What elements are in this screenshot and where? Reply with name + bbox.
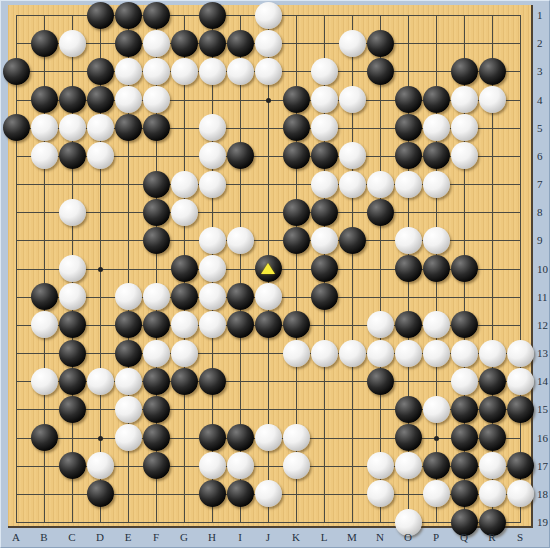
black-stone-C15 xyxy=(59,396,86,423)
black-stone-B11 xyxy=(31,283,58,310)
black-stone-F7 xyxy=(143,171,170,198)
white-stone-S18 xyxy=(507,480,534,507)
black-stone-C13 xyxy=(59,340,86,367)
black-stone-G11 xyxy=(171,283,198,310)
column-label-L: L xyxy=(321,531,328,543)
black-stone-Q10 xyxy=(451,255,478,282)
white-stone-D14 xyxy=(87,368,114,395)
white-stone-F3 xyxy=(143,58,170,85)
black-stone-I11 xyxy=(227,283,254,310)
black-stone-E13 xyxy=(115,340,142,367)
white-stone-F13 xyxy=(143,340,170,367)
black-stone-C6 xyxy=(59,142,86,169)
black-stone-P6 xyxy=(423,142,450,169)
white-stone-M7 xyxy=(339,171,366,198)
black-stone-E5 xyxy=(115,114,142,141)
white-stone-B14 xyxy=(31,368,58,395)
black-stone-R3 xyxy=(479,58,506,85)
white-stone-L7 xyxy=(311,171,338,198)
black-stone-O6 xyxy=(395,142,422,169)
black-stone-G14 xyxy=(171,368,198,395)
row-label-3: 3 xyxy=(537,65,543,77)
black-stone-J12 xyxy=(255,311,282,338)
white-stone-F2 xyxy=(143,30,170,57)
black-stone-N2 xyxy=(367,30,394,57)
column-label-K: K xyxy=(292,531,300,543)
black-stone-F5 xyxy=(143,114,170,141)
row-label-11: 11 xyxy=(537,291,548,303)
column-label-G: G xyxy=(180,531,188,543)
white-stone-K13 xyxy=(283,340,310,367)
white-stone-O7 xyxy=(395,171,422,198)
black-stone-N8 xyxy=(367,199,394,226)
white-stone-M6 xyxy=(339,142,366,169)
white-stone-B5 xyxy=(31,114,58,141)
black-stone-D4 xyxy=(87,86,114,113)
star-point xyxy=(98,267,103,272)
column-label-D: D xyxy=(96,531,104,543)
black-stone-Q12 xyxy=(451,311,478,338)
column-label-N: N xyxy=(376,531,384,543)
white-stone-H6 xyxy=(199,142,226,169)
black-stone-K8 xyxy=(283,199,310,226)
black-stone-P17 xyxy=(423,452,450,479)
row-label-7: 7 xyxy=(537,178,543,190)
white-stone-G13 xyxy=(171,340,198,367)
white-stone-F11 xyxy=(143,283,170,310)
black-stone-E12 xyxy=(115,311,142,338)
black-stone-N3 xyxy=(367,58,394,85)
white-stone-M4 xyxy=(339,86,366,113)
black-stone-O5 xyxy=(395,114,422,141)
white-stone-S13 xyxy=(507,340,534,367)
white-stone-N7 xyxy=(367,171,394,198)
black-stone-F8 xyxy=(143,199,170,226)
white-stone-M2 xyxy=(339,30,366,57)
black-stone-I18 xyxy=(227,480,254,507)
black-stone-B2 xyxy=(31,30,58,57)
black-stone-C12 xyxy=(59,311,86,338)
white-stone-B12 xyxy=(31,311,58,338)
black-stone-Q17 xyxy=(451,452,478,479)
white-stone-Q14 xyxy=(451,368,478,395)
black-stone-E2 xyxy=(115,30,142,57)
row-label-15: 15 xyxy=(537,403,548,415)
white-stone-R18 xyxy=(479,480,506,507)
row-label-12: 12 xyxy=(537,319,548,331)
column-label-A: A xyxy=(12,531,20,543)
white-stone-J16 xyxy=(255,424,282,451)
white-stone-O9 xyxy=(395,227,422,254)
row-label-8: 8 xyxy=(537,206,543,218)
black-stone-C14 xyxy=(59,368,86,395)
black-stone-F14 xyxy=(143,368,170,395)
row-label-1: 1 xyxy=(537,9,543,21)
black-stone-E1 xyxy=(115,2,142,29)
column-label-E: E xyxy=(125,531,132,543)
white-stone-J2 xyxy=(255,30,282,57)
black-stone-L6 xyxy=(311,142,338,169)
column-label-R: R xyxy=(488,531,495,543)
black-stone-K4 xyxy=(283,86,310,113)
white-stone-P18 xyxy=(423,480,450,507)
black-stone-H16 xyxy=(199,424,226,451)
black-stone-S17 xyxy=(507,452,534,479)
black-stone-F15 xyxy=(143,396,170,423)
white-stone-J18 xyxy=(255,480,282,507)
white-stone-I3 xyxy=(227,58,254,85)
black-stone-I6 xyxy=(227,142,254,169)
white-stone-C5 xyxy=(59,114,86,141)
black-stone-Q18 xyxy=(451,480,478,507)
star-point xyxy=(434,436,439,441)
white-stone-G3 xyxy=(171,58,198,85)
white-stone-P7 xyxy=(423,171,450,198)
black-stone-O16 xyxy=(395,424,422,451)
black-stone-G10 xyxy=(171,255,198,282)
black-stone-K9 xyxy=(283,227,310,254)
grid-line-vertical xyxy=(380,15,381,523)
column-label-M: M xyxy=(347,531,357,543)
black-stone-D1 xyxy=(87,2,114,29)
white-stone-K16 xyxy=(283,424,310,451)
black-stone-I16 xyxy=(227,424,254,451)
black-stone-F1 xyxy=(143,2,170,29)
black-stone-Q16 xyxy=(451,424,478,451)
black-stone-Q15 xyxy=(451,396,478,423)
grid-line-horizontal xyxy=(16,522,521,523)
white-stone-L9 xyxy=(311,227,338,254)
black-stone-L10 xyxy=(311,255,338,282)
black-stone-R16 xyxy=(479,424,506,451)
black-stone-F12 xyxy=(143,311,170,338)
row-label-6: 6 xyxy=(537,150,543,162)
white-stone-G8 xyxy=(171,199,198,226)
black-stone-F9 xyxy=(143,227,170,254)
grid-line-vertical xyxy=(520,15,521,523)
white-stone-H9 xyxy=(199,227,226,254)
black-stone-S15 xyxy=(507,396,534,423)
black-stone-C17 xyxy=(59,452,86,479)
white-stone-R13 xyxy=(479,340,506,367)
white-stone-Q4 xyxy=(451,86,478,113)
black-stone-F17 xyxy=(143,452,170,479)
row-label-13: 13 xyxy=(537,347,548,359)
white-stone-G7 xyxy=(171,171,198,198)
black-stone-P10 xyxy=(423,255,450,282)
black-stone-P4 xyxy=(423,86,450,113)
white-stone-C10 xyxy=(59,255,86,282)
black-stone-D3 xyxy=(87,58,114,85)
column-label-J: J xyxy=(266,531,270,543)
white-stone-N17 xyxy=(367,452,394,479)
row-label-9: 9 xyxy=(537,234,543,246)
black-stone-H1 xyxy=(199,2,226,29)
white-stone-Q5 xyxy=(451,114,478,141)
white-stone-P5 xyxy=(423,114,450,141)
row-label-16: 16 xyxy=(537,432,548,444)
column-label-H: H xyxy=(208,531,216,543)
white-stone-G12 xyxy=(171,311,198,338)
black-stone-O15 xyxy=(395,396,422,423)
white-stone-P13 xyxy=(423,340,450,367)
row-label-5: 5 xyxy=(537,122,543,134)
star-point xyxy=(266,98,271,103)
black-stone-B16 xyxy=(31,424,58,451)
black-stone-I12 xyxy=(227,311,254,338)
black-stone-A5 xyxy=(3,114,30,141)
white-stone-R4 xyxy=(479,86,506,113)
black-stone-L8 xyxy=(311,199,338,226)
row-label-19: 19 xyxy=(537,516,548,528)
last-move-marker xyxy=(261,263,275,274)
white-stone-H11 xyxy=(199,283,226,310)
white-stone-I17 xyxy=(227,452,254,479)
star-point xyxy=(98,436,103,441)
row-label-14: 14 xyxy=(537,375,548,387)
black-stone-H14 xyxy=(199,368,226,395)
black-stone-C4 xyxy=(59,86,86,113)
column-label-S: S xyxy=(517,531,523,543)
white-stone-Q13 xyxy=(451,340,478,367)
column-label-P: P xyxy=(433,531,439,543)
black-stone-K6 xyxy=(283,142,310,169)
black-stone-O4 xyxy=(395,86,422,113)
column-label-Q: Q xyxy=(460,531,468,543)
column-label-B: B xyxy=(40,531,47,543)
white-stone-C8 xyxy=(59,199,86,226)
white-stone-Q6 xyxy=(451,142,478,169)
black-stone-K5 xyxy=(283,114,310,141)
column-label-C: C xyxy=(68,531,75,543)
white-stone-B6 xyxy=(31,142,58,169)
white-stone-N12 xyxy=(367,311,394,338)
row-label-18: 18 xyxy=(537,488,548,500)
black-stone-R14 xyxy=(479,368,506,395)
white-stone-M13 xyxy=(339,340,366,367)
white-stone-J11 xyxy=(255,283,282,310)
white-stone-J1 xyxy=(255,2,282,29)
row-label-2: 2 xyxy=(537,37,543,49)
white-stone-H10 xyxy=(199,255,226,282)
white-stone-H17 xyxy=(199,452,226,479)
black-stone-G2 xyxy=(171,30,198,57)
white-stone-L3 xyxy=(311,58,338,85)
black-stone-O10 xyxy=(395,255,422,282)
black-stone-H2 xyxy=(199,30,226,57)
black-stone-B4 xyxy=(31,86,58,113)
black-stone-R15 xyxy=(479,396,506,423)
white-stone-E11 xyxy=(115,283,142,310)
white-stone-E4 xyxy=(115,86,142,113)
white-stone-L4 xyxy=(311,86,338,113)
white-stone-H5 xyxy=(199,114,226,141)
white-stone-H3 xyxy=(199,58,226,85)
white-stone-O13 xyxy=(395,340,422,367)
black-stone-Q3 xyxy=(451,58,478,85)
white-stone-S14 xyxy=(507,368,534,395)
column-label-F: F xyxy=(153,531,159,543)
white-stone-D17 xyxy=(87,452,114,479)
black-stone-L11 xyxy=(311,283,338,310)
white-stone-P12 xyxy=(423,311,450,338)
white-stone-P9 xyxy=(423,227,450,254)
black-stone-K12 xyxy=(283,311,310,338)
black-stone-H18 xyxy=(199,480,226,507)
white-stone-E14 xyxy=(115,368,142,395)
row-label-10: 10 xyxy=(537,263,548,275)
white-stone-P15 xyxy=(423,396,450,423)
white-stone-E15 xyxy=(115,396,142,423)
white-stone-J3 xyxy=(255,58,282,85)
white-stone-O17 xyxy=(395,452,422,479)
white-stone-F4 xyxy=(143,86,170,113)
white-stone-N18 xyxy=(367,480,394,507)
white-stone-E16 xyxy=(115,424,142,451)
white-stone-H12 xyxy=(199,311,226,338)
white-stone-L5 xyxy=(311,114,338,141)
white-stone-C11 xyxy=(59,283,86,310)
white-stone-N13 xyxy=(367,340,394,367)
black-stone-I2 xyxy=(227,30,254,57)
column-label-O: O xyxy=(404,531,412,543)
white-stone-C2 xyxy=(59,30,86,57)
black-stone-N14 xyxy=(367,368,394,395)
white-stone-I9 xyxy=(227,227,254,254)
white-stone-R17 xyxy=(479,452,506,479)
white-stone-D6 xyxy=(87,142,114,169)
black-stone-A3 xyxy=(3,58,30,85)
white-stone-L13 xyxy=(311,340,338,367)
white-stone-K17 xyxy=(283,452,310,479)
row-label-17: 17 xyxy=(537,460,548,472)
black-stone-O12 xyxy=(395,311,422,338)
white-stone-D5 xyxy=(87,114,114,141)
go-board[interactable] xyxy=(8,5,533,528)
black-stone-M9 xyxy=(339,227,366,254)
white-stone-H7 xyxy=(199,171,226,198)
go-game-viewer: ABCDEFGHIJKLMNOPQRS123456789101112131415… xyxy=(0,0,550,548)
column-label-I: I xyxy=(238,531,242,543)
black-stone-D18 xyxy=(87,480,114,507)
black-stone-F16 xyxy=(143,424,170,451)
row-label-4: 4 xyxy=(537,94,543,106)
white-stone-E3 xyxy=(115,58,142,85)
